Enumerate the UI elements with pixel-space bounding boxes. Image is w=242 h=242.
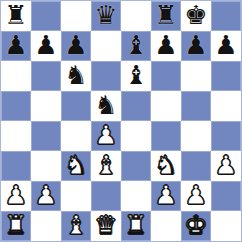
square-c8[interactable] [61,1,91,31]
square-g3[interactable] [181,151,211,181]
square-g5[interactable] [181,91,211,121]
square-d1[interactable]: ♛ [91,211,121,241]
square-h1[interactable] [211,211,241,241]
piece-white-knight[interactable]: ♞ [154,152,177,178]
square-h8[interactable] [211,1,241,31]
square-g8[interactable]: ♚ [181,1,211,31]
square-e1[interactable]: ♜ [121,211,151,241]
square-e5[interactable] [121,91,151,121]
square-a2[interactable]: ♟ [1,181,31,211]
square-b6[interactable] [31,61,61,91]
square-a7[interactable]: ♟ [1,31,31,61]
square-b1[interactable] [31,211,61,241]
square-f6[interactable] [151,61,181,91]
square-f8[interactable]: ♜ [151,1,181,31]
piece-black-pawn[interactable]: ♟ [184,32,207,58]
piece-white-pawn[interactable]: ♟ [214,152,237,178]
piece-white-queen[interactable]: ♛ [94,212,117,238]
square-a4[interactable] [1,121,31,151]
piece-black-knight[interactable]: ♞ [94,92,117,118]
square-h6[interactable] [211,61,241,91]
piece-black-pawn[interactable]: ♟ [34,32,57,58]
square-b2[interactable]: ♟ [31,181,61,211]
piece-white-pawn[interactable]: ♟ [94,122,117,148]
square-e7[interactable]: ♝ [121,31,151,61]
piece-black-knight[interactable]: ♞ [64,62,87,88]
square-e6[interactable]: ♝ [121,61,151,91]
piece-black-bishop[interactable]: ♝ [124,62,147,88]
square-d4[interactable]: ♟ [91,121,121,151]
piece-white-king[interactable]: ♚ [184,212,207,238]
square-e4[interactable] [121,121,151,151]
piece-black-queen[interactable]: ♛ [94,2,117,28]
piece-white-bishop[interactable]: ♝ [94,152,117,178]
square-b8[interactable] [31,1,61,31]
square-e2[interactable] [121,181,151,211]
square-f2[interactable]: ♟ [151,181,181,211]
square-c1[interactable]: ♝ [61,211,91,241]
square-a5[interactable] [1,91,31,121]
square-c6[interactable]: ♞ [61,61,91,91]
square-d8[interactable]: ♛ [91,1,121,31]
square-c3[interactable]: ♞ [61,151,91,181]
square-f1[interactable] [151,211,181,241]
square-c7[interactable]: ♟ [61,31,91,61]
square-d3[interactable]: ♝ [91,151,121,181]
square-c5[interactable] [61,91,91,121]
square-a8[interactable]: ♜ [1,1,31,31]
square-g2[interactable]: ♟ [181,181,211,211]
piece-white-pawn[interactable]: ♟ [154,182,177,208]
square-a3[interactable] [1,151,31,181]
square-b3[interactable] [31,151,61,181]
square-d6[interactable] [91,61,121,91]
square-d5[interactable]: ♞ [91,91,121,121]
piece-black-king[interactable]: ♚ [184,2,207,28]
square-a6[interactable] [1,61,31,91]
square-g7[interactable]: ♟ [181,31,211,61]
square-c4[interactable] [61,121,91,151]
square-g6[interactable] [181,61,211,91]
piece-black-pawn[interactable]: ♟ [154,32,177,58]
piece-white-bishop[interactable]: ♝ [64,212,87,238]
piece-white-pawn[interactable]: ♟ [4,182,27,208]
square-f7[interactable]: ♟ [151,31,181,61]
piece-black-pawn[interactable]: ♟ [64,32,87,58]
square-f3[interactable]: ♞ [151,151,181,181]
square-b5[interactable] [31,91,61,121]
piece-black-pawn[interactable]: ♟ [4,32,27,58]
square-h5[interactable] [211,91,241,121]
piece-black-rook[interactable]: ♜ [4,2,27,28]
square-h7[interactable]: ♟ [211,31,241,61]
square-e8[interactable] [121,1,151,31]
square-d2[interactable] [91,181,121,211]
piece-white-rook[interactable]: ♜ [4,212,27,238]
piece-white-knight[interactable]: ♞ [64,152,87,178]
piece-black-bishop[interactable]: ♝ [124,32,147,58]
piece-white-pawn[interactable]: ♟ [184,182,207,208]
square-f4[interactable] [151,121,181,151]
piece-black-pawn[interactable]: ♟ [214,32,237,58]
square-b4[interactable] [31,121,61,151]
square-g4[interactable] [181,121,211,151]
square-h4[interactable] [211,121,241,151]
square-e3[interactable] [121,151,151,181]
piece-white-pawn[interactable]: ♟ [34,182,57,208]
square-f5[interactable] [151,91,181,121]
chess-board: ♜♛♜♚♟♟♟♝♟♟♟♞♝♞♟♞♝♞♟♟♟♟♟♜♝♛♜♚ [0,0,242,242]
square-c2[interactable] [61,181,91,211]
square-h3[interactable]: ♟ [211,151,241,181]
square-b7[interactable]: ♟ [31,31,61,61]
piece-black-rook[interactable]: ♜ [154,2,177,28]
square-a1[interactable]: ♜ [1,211,31,241]
piece-white-rook[interactable]: ♜ [124,212,147,238]
square-d7[interactable] [91,31,121,61]
square-h2[interactable] [211,181,241,211]
square-g1[interactable]: ♚ [181,211,211,241]
